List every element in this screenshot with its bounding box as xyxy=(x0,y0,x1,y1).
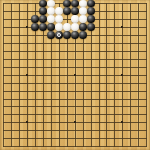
star-point xyxy=(74,121,76,123)
black-stone[interactable] xyxy=(87,23,95,31)
grid-line-vertical xyxy=(138,3,139,147)
black-stone[interactable] xyxy=(71,0,79,7)
grid-line-horizontal xyxy=(3,114,147,115)
star-point xyxy=(26,74,28,76)
black-stone[interactable] xyxy=(39,23,47,31)
grid-line-vertical xyxy=(99,3,100,147)
grid-line-horizontal xyxy=(3,83,147,84)
black-stone[interactable] xyxy=(71,31,79,39)
grid-line-vertical xyxy=(114,3,115,147)
black-stone[interactable] xyxy=(87,0,95,7)
white-stone[interactable] xyxy=(55,15,63,23)
white-stone[interactable] xyxy=(55,7,63,15)
black-stone[interactable] xyxy=(39,15,47,23)
black-stone[interactable] xyxy=(87,7,95,15)
black-stone[interactable] xyxy=(47,23,55,31)
white-stone[interactable] xyxy=(55,23,63,31)
grid-line-horizontal xyxy=(3,146,147,147)
white-stone[interactable] xyxy=(63,23,71,31)
black-stone[interactable] xyxy=(79,31,87,39)
black-stone[interactable] xyxy=(39,0,47,7)
white-stone[interactable] xyxy=(47,15,55,23)
star-point xyxy=(26,26,28,28)
star-point xyxy=(74,74,76,76)
black-stone[interactable] xyxy=(31,23,39,31)
white-stone[interactable] xyxy=(71,23,79,31)
grid-line-horizontal xyxy=(3,138,147,139)
grid-line-vertical xyxy=(130,3,131,147)
black-stone[interactable] xyxy=(31,15,39,23)
go-board[interactable] xyxy=(0,0,150,150)
star-point xyxy=(121,26,123,28)
black-stone[interactable] xyxy=(47,31,55,39)
white-stone[interactable] xyxy=(71,15,79,23)
black-stone[interactable] xyxy=(71,7,79,15)
grid-line-horizontal xyxy=(3,106,147,107)
star-point xyxy=(121,74,123,76)
grid-line-vertical xyxy=(146,3,147,147)
white-stone[interactable] xyxy=(79,15,87,23)
grid-line-horizontal xyxy=(3,99,147,100)
white-stone[interactable] xyxy=(79,0,87,7)
black-stone[interactable] xyxy=(63,7,71,15)
grid-line-horizontal xyxy=(3,91,147,92)
star-point xyxy=(26,121,28,123)
black-stone[interactable] xyxy=(87,15,95,23)
black-stone[interactable] xyxy=(63,0,71,7)
grid-line-vertical xyxy=(106,3,107,147)
black-stone[interactable] xyxy=(63,31,71,39)
star-point xyxy=(121,121,123,123)
white-stone[interactable] xyxy=(47,7,55,15)
white-stone[interactable] xyxy=(79,7,87,15)
grid-line-horizontal xyxy=(3,130,147,131)
black-stone[interactable] xyxy=(39,7,47,15)
white-stone[interactable] xyxy=(47,0,55,7)
black-stone[interactable] xyxy=(79,23,87,31)
